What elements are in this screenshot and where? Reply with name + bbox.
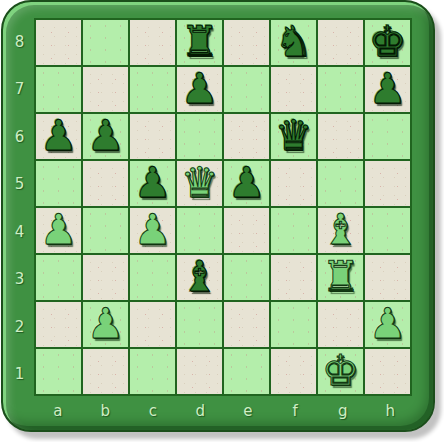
square-e3[interactable] [224,255,269,300]
square-c5[interactable]: ♟ [130,161,175,206]
square-a3[interactable] [36,255,81,300]
square-e1[interactable] [224,349,269,394]
square-b1[interactable] [83,349,128,394]
square-e8[interactable] [224,20,269,65]
square-d1[interactable] [177,349,222,394]
square-d7[interactable]: ♟ [177,67,222,112]
file-label-b: b [82,398,130,424]
rank-labels: 87654321 [5,18,34,398]
square-a6[interactable]: ♟ [36,114,81,159]
square-e5[interactable]: ♟ [224,161,269,206]
piece-black-pawn[interactable]: ♟ [369,66,407,111]
square-h6[interactable] [365,114,410,159]
chess-board[interactable]: ♜♞♚♟♟♟♟♛♟♛♟♟♟♝♝♜♟♟♚ [34,18,412,396]
piece-black-king[interactable]: ♚ [369,19,407,64]
piece-white-pawn[interactable]: ♟ [134,207,172,252]
square-f4[interactable] [271,208,316,253]
file-label-h: h [367,398,415,424]
square-h3[interactable] [365,255,410,300]
piece-black-knight[interactable]: ♞ [275,19,313,64]
piece-black-rook[interactable]: ♜ [181,19,219,64]
square-c1[interactable] [130,349,175,394]
square-g3[interactable]: ♜ [318,255,363,300]
square-e7[interactable] [224,67,269,112]
square-c2[interactable] [130,302,175,347]
piece-black-pawn[interactable]: ♟ [181,66,219,111]
square-b8[interactable] [83,20,128,65]
piece-black-queen[interactable]: ♛ [275,113,313,158]
square-g4[interactable]: ♝ [318,208,363,253]
square-b2[interactable]: ♟ [83,302,128,347]
square-d8[interactable]: ♜ [177,20,222,65]
square-c4[interactable]: ♟ [130,208,175,253]
board-frame: 87654321 ♜♞♚♟♟♟♟♛♟♛♟♟♟♝♝♜♟♟♚ abcdefgh [1,0,435,432]
square-b6[interactable]: ♟ [83,114,128,159]
file-label-d: d [177,398,225,424]
square-a5[interactable] [36,161,81,206]
square-h8[interactable]: ♚ [365,20,410,65]
square-f6[interactable]: ♛ [271,114,316,159]
square-f5[interactable] [271,161,316,206]
square-f3[interactable] [271,255,316,300]
chess-app-window: 87654321 ♜♞♚♟♟♟♟♛♟♛♟♟♟♝♝♜♟♟♚ abcdefgh [0,0,444,442]
piece-black-pawn[interactable]: ♟ [87,113,125,158]
piece-white-queen[interactable]: ♛ [181,160,219,205]
square-f1[interactable] [271,349,316,394]
square-d6[interactable] [177,114,222,159]
square-g2[interactable] [318,302,363,347]
piece-white-bishop[interactable]: ♝ [322,207,360,252]
square-a4[interactable]: ♟ [36,208,81,253]
square-g5[interactable] [318,161,363,206]
file-label-c: c [129,398,177,424]
file-label-g: g [319,398,367,424]
square-e4[interactable] [224,208,269,253]
square-h4[interactable] [365,208,410,253]
square-f2[interactable] [271,302,316,347]
square-a1[interactable] [36,349,81,394]
square-b3[interactable] [83,255,128,300]
square-d5[interactable]: ♛ [177,161,222,206]
rank-label-8: 8 [5,18,34,66]
square-h5[interactable] [365,161,410,206]
square-g1[interactable]: ♚ [318,349,363,394]
square-f8[interactable]: ♞ [271,20,316,65]
piece-white-pawn[interactable]: ♟ [40,207,78,252]
square-g8[interactable] [318,20,363,65]
square-g6[interactable] [318,114,363,159]
piece-white-pawn[interactable]: ♟ [369,301,407,346]
square-a2[interactable] [36,302,81,347]
piece-white-pawn[interactable]: ♟ [87,301,125,346]
square-c8[interactable] [130,20,175,65]
square-c7[interactable] [130,67,175,112]
rank-label-4: 4 [5,208,34,256]
square-b4[interactable] [83,208,128,253]
square-d4[interactable] [177,208,222,253]
square-a7[interactable] [36,67,81,112]
square-h7[interactable]: ♟ [365,67,410,112]
square-c6[interactable] [130,114,175,159]
square-b5[interactable] [83,161,128,206]
square-e2[interactable] [224,302,269,347]
piece-white-king[interactable]: ♚ [322,348,360,393]
square-c3[interactable] [130,255,175,300]
square-f7[interactable] [271,67,316,112]
square-d2[interactable] [177,302,222,347]
rank-label-1: 1 [5,351,34,399]
piece-black-bishop[interactable]: ♝ [181,254,219,299]
piece-black-pawn[interactable]: ♟ [134,160,172,205]
square-h2[interactable]: ♟ [365,302,410,347]
file-label-e: e [224,398,272,424]
rank-label-2: 2 [5,303,34,351]
piece-black-pawn[interactable]: ♟ [40,113,78,158]
square-g7[interactable] [318,67,363,112]
piece-white-rook[interactable]: ♜ [322,254,360,299]
square-h1[interactable] [365,349,410,394]
rank-label-3: 3 [5,256,34,304]
rank-label-5: 5 [5,161,34,209]
file-labels: abcdefgh [34,398,414,424]
piece-black-pawn[interactable]: ♟ [228,160,266,205]
rank-label-6: 6 [5,113,34,161]
square-e6[interactable] [224,114,269,159]
file-label-f: f [272,398,320,424]
square-d3[interactable]: ♝ [177,255,222,300]
rank-label-7: 7 [5,66,34,114]
file-label-a: a [34,398,82,424]
square-a8[interactable] [36,20,81,65]
square-b7[interactable] [83,67,128,112]
